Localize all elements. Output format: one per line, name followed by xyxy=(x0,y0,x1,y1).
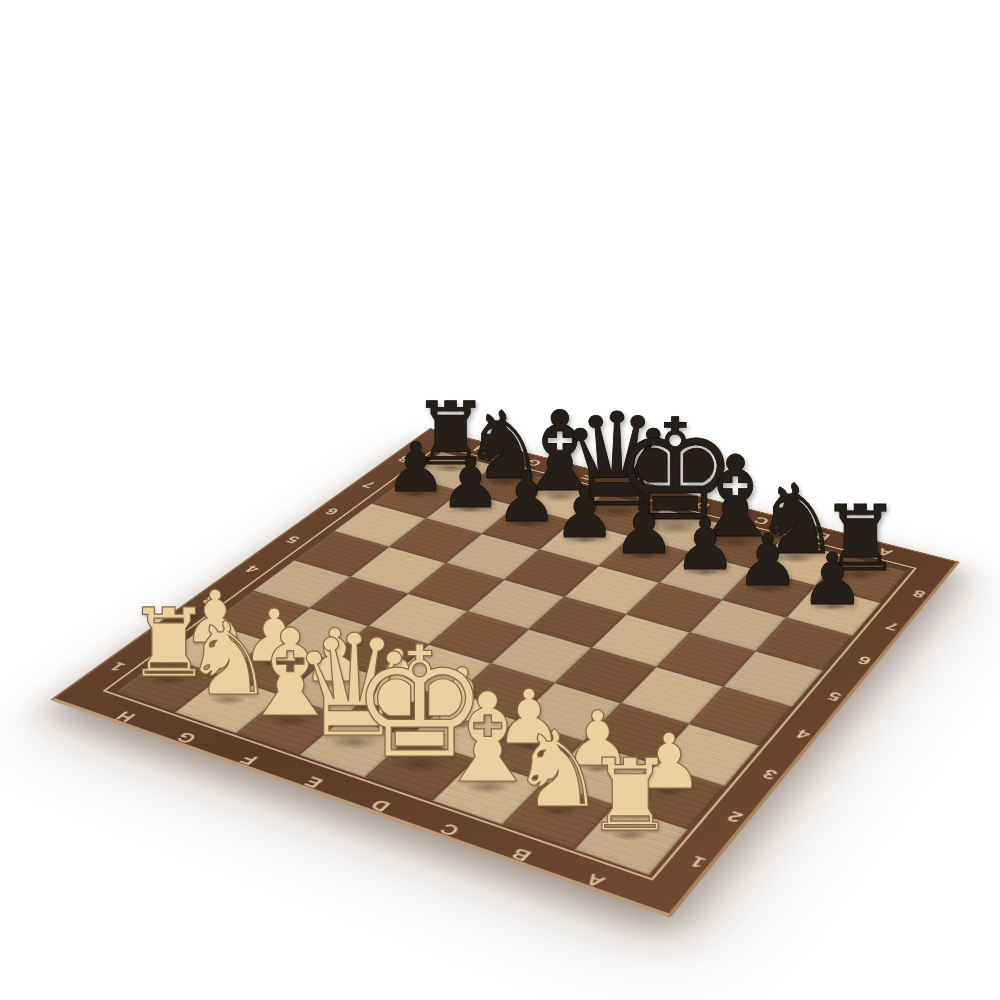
piece-black-pawn-f7[interactable]: ♟ xyxy=(496,463,558,532)
piece-black-pawn-h7[interactable]: ♟ xyxy=(385,434,446,502)
piece-black-pawn-e7[interactable]: ♟ xyxy=(553,478,615,547)
rank-label-left-6: 6 xyxy=(322,506,341,516)
rank-label-right-1: 1 xyxy=(686,853,709,870)
rank-label-right-3: 3 xyxy=(760,767,781,782)
piece-black-pawn-a7[interactable]: ♟ xyxy=(801,544,865,615)
photo-stage: HH88GG77FF66EE55DD44CC33BB22AA11 ♜♞♝♚♛♝♞… xyxy=(0,0,1000,1000)
file-label-bottom-d: D xyxy=(367,797,394,814)
rank-label-right-2: 2 xyxy=(724,809,746,825)
file-label-bottom-f: F xyxy=(237,752,262,767)
rank-label-right-8: 8 xyxy=(910,588,928,600)
piece-black-pawn-c7[interactable]: ♟ xyxy=(673,510,736,580)
rank-label-left-7: 7 xyxy=(360,480,379,490)
rank-label-right-7: 7 xyxy=(883,620,901,632)
piece-black-pawn-g7[interactable]: ♟ xyxy=(440,448,501,516)
rank-label-right-6: 6 xyxy=(855,654,874,667)
rank-label-left-4: 4 xyxy=(242,563,263,574)
file-label-bottom-h: H xyxy=(113,709,139,724)
file-label-bottom-g: G xyxy=(173,730,201,746)
rank-label-left-5: 5 xyxy=(283,534,303,545)
file-label-bottom-e: E xyxy=(301,774,327,790)
piece-black-pawn-d7[interactable]: ♟ xyxy=(613,494,676,564)
rank-label-right-5: 5 xyxy=(825,689,845,703)
piece-black-pawn-b7[interactable]: ♟ xyxy=(736,527,800,598)
rank-label-right-4: 4 xyxy=(793,727,813,741)
piece-white-rook-a1[interactable]: ♜ xyxy=(586,746,676,846)
file-label-bottom-c: C xyxy=(436,821,463,839)
file-label-bottom-b: B xyxy=(508,845,535,863)
file-label-bottom-a: A xyxy=(582,871,609,890)
